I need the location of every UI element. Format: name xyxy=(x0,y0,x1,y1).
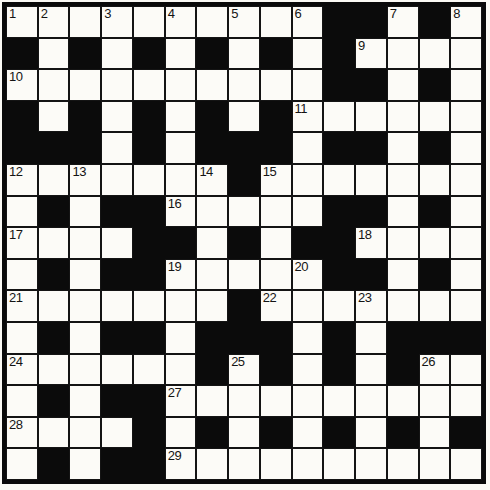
cell-r6c11[interactable] xyxy=(323,164,355,196)
cell-r15c7[interactable] xyxy=(196,448,228,480)
cell-r10c12[interactable]: 23 xyxy=(355,290,387,322)
clue-number: 21 xyxy=(9,291,22,305)
cell-r4c7 xyxy=(196,101,228,133)
clue-number: 26 xyxy=(422,355,435,369)
cell-r15c10[interactable] xyxy=(292,448,324,480)
cell-r10c15[interactable] xyxy=(450,290,482,322)
cell-r2c12[interactable]: 9 xyxy=(355,38,387,70)
crossword-grid: 1234567891011121314151617181920212223242… xyxy=(2,2,486,484)
cell-r12c6[interactable] xyxy=(165,354,197,386)
cell-r3c10[interactable] xyxy=(292,69,324,101)
clue-number: 8 xyxy=(453,7,460,21)
cell-r1c6[interactable]: 4 xyxy=(165,6,197,38)
cell-r7c4 xyxy=(101,196,133,228)
cell-r13c12[interactable] xyxy=(355,385,387,417)
cell-r3c7[interactable] xyxy=(196,69,228,101)
cell-r8c5 xyxy=(133,227,165,259)
cell-r9c9[interactable] xyxy=(260,259,292,291)
cell-r15c14[interactable] xyxy=(419,448,451,480)
cell-r7c6[interactable]: 16 xyxy=(165,196,197,228)
cell-r15c13[interactable] xyxy=(387,448,419,480)
cell-r13c14[interactable] xyxy=(419,385,451,417)
cell-r12c4[interactable] xyxy=(101,354,133,386)
cell-r12c13 xyxy=(387,354,419,386)
cell-r5c7 xyxy=(196,132,228,164)
cell-r6c3[interactable]: 13 xyxy=(69,164,101,196)
cell-r11c15 xyxy=(450,322,482,354)
cell-r15c12[interactable] xyxy=(355,448,387,480)
cell-r6c10[interactable] xyxy=(292,164,324,196)
cell-r5c13[interactable] xyxy=(387,132,419,164)
cell-r4c6[interactable] xyxy=(165,101,197,133)
clue-number: 22 xyxy=(263,291,276,305)
clue-number: 19 xyxy=(168,260,181,274)
cell-r7c7[interactable] xyxy=(196,196,228,228)
cell-r7c9[interactable] xyxy=(260,196,292,228)
clue-number: 9 xyxy=(358,39,365,53)
cell-r7c14 xyxy=(419,196,451,228)
cell-r11c4 xyxy=(101,322,133,354)
cell-r11c11 xyxy=(323,322,355,354)
cell-r3c1[interactable]: 10 xyxy=(6,69,38,101)
cell-r6c5[interactable] xyxy=(133,164,165,196)
cell-r15c1[interactable] xyxy=(6,448,38,480)
cell-r11c6[interactable] xyxy=(165,322,197,354)
cell-r3c3[interactable] xyxy=(69,69,101,101)
cell-r8c6 xyxy=(165,227,197,259)
cell-r13c7[interactable] xyxy=(196,385,228,417)
cell-r6c7[interactable]: 14 xyxy=(196,164,228,196)
clue-number: 28 xyxy=(9,418,22,432)
cell-r1c12 xyxy=(355,6,387,38)
cell-r13c15[interactable] xyxy=(450,385,482,417)
cell-r1c4[interactable]: 3 xyxy=(101,6,133,38)
cell-r14c11 xyxy=(323,417,355,449)
cell-r1c10[interactable]: 6 xyxy=(292,6,324,38)
cell-r9c1[interactable] xyxy=(6,259,38,291)
cell-r11c13 xyxy=(387,322,419,354)
clue-number: 2 xyxy=(41,7,48,21)
cell-r3c15[interactable] xyxy=(450,69,482,101)
cell-r14c15 xyxy=(450,417,482,449)
cell-r1c15[interactable]: 8 xyxy=(450,6,482,38)
cell-r15c5 xyxy=(133,448,165,480)
clue-number: 6 xyxy=(295,7,302,21)
cell-r10c1[interactable]: 21 xyxy=(6,290,38,322)
cell-r3c5[interactable] xyxy=(133,69,165,101)
cell-r8c1[interactable]: 17 xyxy=(6,227,38,259)
cell-r12c9 xyxy=(260,354,292,386)
cell-r1c2[interactable]: 2 xyxy=(38,6,70,38)
cell-r12c2[interactable] xyxy=(38,354,70,386)
cell-r1c13[interactable]: 7 xyxy=(387,6,419,38)
cell-r8c2[interactable] xyxy=(38,227,70,259)
cell-r14c2[interactable] xyxy=(38,417,70,449)
cell-r10c3[interactable] xyxy=(69,290,101,322)
cell-r3c6[interactable] xyxy=(165,69,197,101)
cell-r1c3[interactable] xyxy=(69,6,101,38)
cell-r9c14 xyxy=(419,259,451,291)
cell-r4c3 xyxy=(69,101,101,133)
cell-r12c8[interactable]: 25 xyxy=(228,354,260,386)
cell-r14c9 xyxy=(260,417,292,449)
cell-r12c12[interactable] xyxy=(355,354,387,386)
cell-r6c1[interactable]: 12 xyxy=(6,164,38,196)
cell-r14c8[interactable] xyxy=(228,417,260,449)
cell-r4c10[interactable]: 11 xyxy=(292,101,324,133)
cell-r8c14[interactable] xyxy=(419,227,451,259)
cell-r8c9[interactable] xyxy=(260,227,292,259)
clue-number: 27 xyxy=(168,386,181,400)
cell-r14c13 xyxy=(387,417,419,449)
cell-r5c4[interactable] xyxy=(101,132,133,164)
cell-r1c11 xyxy=(323,6,355,38)
cell-r8c15[interactable] xyxy=(450,227,482,259)
cell-r13c3[interactable] xyxy=(69,385,101,417)
cell-r13c11[interactable] xyxy=(323,385,355,417)
cell-r4c15[interactable] xyxy=(450,101,482,133)
cell-r5c14 xyxy=(419,132,451,164)
cell-r13c1[interactable] xyxy=(6,385,38,417)
cell-r2c13[interactable] xyxy=(387,38,419,70)
cell-r10c6[interactable] xyxy=(165,290,197,322)
cell-r10c14[interactable] xyxy=(419,290,451,322)
cell-r10c5[interactable] xyxy=(133,290,165,322)
cell-r13c6[interactable]: 27 xyxy=(165,385,197,417)
cell-r6c9[interactable]: 15 xyxy=(260,164,292,196)
cell-r7c3[interactable] xyxy=(69,196,101,228)
cell-r8c10 xyxy=(292,227,324,259)
cell-r4c1 xyxy=(6,101,38,133)
cell-r6c2[interactable] xyxy=(38,164,70,196)
cell-r9c3[interactable] xyxy=(69,259,101,291)
cell-r11c10[interactable] xyxy=(292,322,324,354)
cell-r3c9[interactable] xyxy=(260,69,292,101)
cell-r15c8[interactable] xyxy=(228,448,260,480)
cell-r5c12 xyxy=(355,132,387,164)
cell-r3c4[interactable] xyxy=(101,69,133,101)
cell-r2c14[interactable] xyxy=(419,38,451,70)
cell-r1c1[interactable]: 1 xyxy=(6,6,38,38)
cell-r15c11[interactable] xyxy=(323,448,355,480)
cell-r15c2 xyxy=(38,448,70,480)
cell-r15c9[interactable] xyxy=(260,448,292,480)
cell-r10c13[interactable] xyxy=(387,290,419,322)
cell-r6c8 xyxy=(228,164,260,196)
cell-r5c6[interactable] xyxy=(165,132,197,164)
clue-number: 5 xyxy=(231,7,238,21)
clue-number: 18 xyxy=(358,228,371,242)
cell-r2c1 xyxy=(6,38,38,70)
clue-number: 3 xyxy=(104,7,111,21)
cell-r4c4[interactable] xyxy=(101,101,133,133)
cell-r8c13[interactable] xyxy=(387,227,419,259)
cell-r11c8 xyxy=(228,322,260,354)
cell-r11c3[interactable] xyxy=(69,322,101,354)
cell-r6c4[interactable] xyxy=(101,164,133,196)
cell-r1c14 xyxy=(419,6,451,38)
cell-r12c5[interactable] xyxy=(133,354,165,386)
cell-r9c8[interactable] xyxy=(228,259,260,291)
cell-r4c5 xyxy=(133,101,165,133)
clue-number: 23 xyxy=(358,291,371,305)
cell-r14c14[interactable] xyxy=(419,417,451,449)
cell-r10c9[interactable]: 22 xyxy=(260,290,292,322)
cell-r7c10[interactable] xyxy=(292,196,324,228)
cell-r12c11 xyxy=(323,354,355,386)
clue-number: 10 xyxy=(9,70,22,84)
cell-r10c8 xyxy=(228,290,260,322)
cell-r7c11 xyxy=(323,196,355,228)
cell-r5c11 xyxy=(323,132,355,164)
cell-r14c5 xyxy=(133,417,165,449)
cell-r13c4 xyxy=(101,385,133,417)
cell-r14c1[interactable]: 28 xyxy=(6,417,38,449)
cell-r7c13[interactable] xyxy=(387,196,419,228)
cell-r9c10[interactable]: 20 xyxy=(292,259,324,291)
clue-number: 13 xyxy=(72,165,85,179)
cell-r9c12 xyxy=(355,259,387,291)
cell-r8c4[interactable] xyxy=(101,227,133,259)
cell-r11c7 xyxy=(196,322,228,354)
cell-r5c1 xyxy=(6,132,38,164)
cell-r6c6[interactable] xyxy=(165,164,197,196)
cell-r6c13[interactable] xyxy=(387,164,419,196)
cell-r5c8 xyxy=(228,132,260,164)
clue-number: 29 xyxy=(168,449,181,463)
clue-number: 14 xyxy=(199,165,212,179)
cell-r4c13[interactable] xyxy=(387,101,419,133)
cell-r12c1[interactable]: 24 xyxy=(6,354,38,386)
cell-r8c3[interactable] xyxy=(69,227,101,259)
cell-r8c7[interactable] xyxy=(196,227,228,259)
cell-r12c7 xyxy=(196,354,228,386)
clue-number: 16 xyxy=(168,197,181,211)
cell-r3c14 xyxy=(419,69,451,101)
cell-r9c15[interactable] xyxy=(450,259,482,291)
cell-r2c5 xyxy=(133,38,165,70)
clue-number: 4 xyxy=(168,7,175,21)
cell-r4c9 xyxy=(260,101,292,133)
cell-r11c1[interactable] xyxy=(6,322,38,354)
cell-r2c8[interactable] xyxy=(228,38,260,70)
cell-r9c4 xyxy=(101,259,133,291)
cell-r1c9[interactable] xyxy=(260,6,292,38)
cell-r1c5[interactable] xyxy=(133,6,165,38)
cell-r6c15[interactable] xyxy=(450,164,482,196)
cell-r2c3 xyxy=(69,38,101,70)
cell-r8c11 xyxy=(323,227,355,259)
cell-r14c4[interactable] xyxy=(101,417,133,449)
clue-number: 15 xyxy=(263,165,276,179)
cell-r5c2 xyxy=(38,132,70,164)
cell-r11c2 xyxy=(38,322,70,354)
cell-r2c7 xyxy=(196,38,228,70)
cell-r1c7[interactable] xyxy=(196,6,228,38)
cell-r10c2[interactable] xyxy=(38,290,70,322)
cell-r4c2[interactable] xyxy=(38,101,70,133)
cell-r11c12[interactable] xyxy=(355,322,387,354)
cell-r13c13[interactable] xyxy=(387,385,419,417)
cell-r5c3 xyxy=(69,132,101,164)
cell-r6c14[interactable] xyxy=(419,164,451,196)
cell-r15c6[interactable]: 29 xyxy=(165,448,197,480)
cell-r4c12[interactable] xyxy=(355,101,387,133)
cell-r15c15[interactable] xyxy=(450,448,482,480)
cell-r6c12[interactable] xyxy=(355,164,387,196)
cell-r2c4[interactable] xyxy=(101,38,133,70)
cell-r11c14 xyxy=(419,322,451,354)
cell-r5c10[interactable] xyxy=(292,132,324,164)
cell-r14c3[interactable] xyxy=(69,417,101,449)
cell-r2c10[interactable] xyxy=(292,38,324,70)
cell-r14c6[interactable] xyxy=(165,417,197,449)
cell-r11c5 xyxy=(133,322,165,354)
clue-number: 24 xyxy=(9,355,22,369)
cell-r4c11[interactable] xyxy=(323,101,355,133)
cell-r3c11 xyxy=(323,69,355,101)
cell-r13c5 xyxy=(133,385,165,417)
cell-r10c10[interactable] xyxy=(292,290,324,322)
cell-r8c12[interactable]: 18 xyxy=(355,227,387,259)
cell-r7c5 xyxy=(133,196,165,228)
cell-r8c8 xyxy=(228,227,260,259)
clue-number: 12 xyxy=(9,165,22,179)
clue-number: 17 xyxy=(9,228,22,242)
cell-r7c15[interactable] xyxy=(450,196,482,228)
cell-r3c12 xyxy=(355,69,387,101)
cell-r9c6[interactable]: 19 xyxy=(165,259,197,291)
cell-r14c7 xyxy=(196,417,228,449)
clue-number: 25 xyxy=(231,355,244,369)
cell-r2c15[interactable] xyxy=(450,38,482,70)
cell-r2c6[interactable] xyxy=(165,38,197,70)
clue-number: 1 xyxy=(9,7,16,21)
cell-r13c8[interactable] xyxy=(228,385,260,417)
cell-r13c2 xyxy=(38,385,70,417)
cell-r10c4[interactable] xyxy=(101,290,133,322)
cell-r11c9 xyxy=(260,322,292,354)
cell-r7c12 xyxy=(355,196,387,228)
cell-r12c3[interactable] xyxy=(69,354,101,386)
cell-r5c5 xyxy=(133,132,165,164)
cell-r9c7[interactable] xyxy=(196,259,228,291)
cell-r9c5 xyxy=(133,259,165,291)
cell-r12c15[interactable] xyxy=(450,354,482,386)
cell-r7c8[interactable] xyxy=(228,196,260,228)
cell-r10c7[interactable] xyxy=(196,290,228,322)
cell-r10c11[interactable] xyxy=(323,290,355,322)
cell-r15c4 xyxy=(101,448,133,480)
crossword-board: 1234567891011121314151617181920212223242… xyxy=(0,0,490,490)
cell-r2c9 xyxy=(260,38,292,70)
cell-r9c11 xyxy=(323,259,355,291)
cell-r13c10[interactable] xyxy=(292,385,324,417)
cell-r5c15[interactable] xyxy=(450,132,482,164)
clue-number: 11 xyxy=(295,102,308,116)
cell-r15c3[interactable] xyxy=(69,448,101,480)
cell-r14c10[interactable] xyxy=(292,417,324,449)
cell-r1c8[interactable]: 5 xyxy=(228,6,260,38)
cell-r12c14[interactable]: 26 xyxy=(419,354,451,386)
cell-r4c8[interactable] xyxy=(228,101,260,133)
cell-r14c12[interactable] xyxy=(355,417,387,449)
cell-r5c9 xyxy=(260,132,292,164)
cell-r3c13[interactable] xyxy=(387,69,419,101)
cell-r12c10[interactable] xyxy=(292,354,324,386)
clue-number: 7 xyxy=(390,7,397,21)
cell-r3c2[interactable] xyxy=(38,69,70,101)
cell-r7c2 xyxy=(38,196,70,228)
cell-r9c13[interactable] xyxy=(387,259,419,291)
cell-r9c2 xyxy=(38,259,70,291)
cell-r3c8[interactable] xyxy=(228,69,260,101)
cell-r2c2[interactable] xyxy=(38,38,70,70)
cell-r13c9[interactable] xyxy=(260,385,292,417)
clue-number: 20 xyxy=(295,260,308,274)
cell-r7c1[interactable] xyxy=(6,196,38,228)
cell-r4c14[interactable] xyxy=(419,101,451,133)
cell-r2c11 xyxy=(323,38,355,70)
